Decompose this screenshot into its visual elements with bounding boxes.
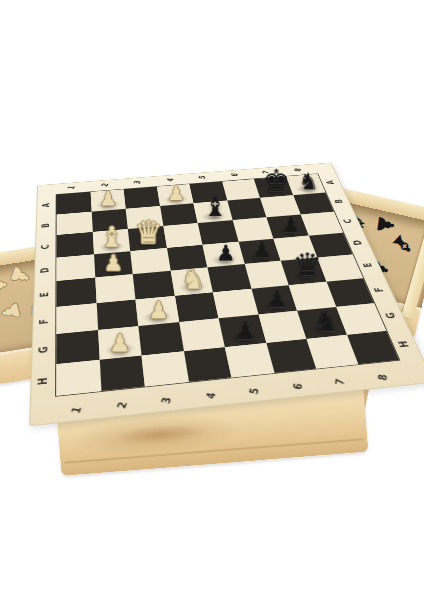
black-pawn[interactable]: ♟ bbox=[234, 319, 256, 343]
white-pawn[interactable]: ♟ bbox=[109, 331, 131, 356]
square-F8[interactable] bbox=[326, 278, 374, 307]
black-pawn[interactable]: ♟ bbox=[216, 243, 236, 265]
square-D3[interactable] bbox=[130, 248, 170, 275]
chess-box-scene: ♟♟♜♟♝♟♟ ♞♟♝♟♟ 12345678 12345678 ABCDEFGH… bbox=[0, 0, 424, 600]
square-B5[interactable]: ♝ bbox=[193, 200, 232, 223]
square-H4[interactable] bbox=[183, 347, 231, 382]
black-pawn[interactable]: ♟ bbox=[281, 215, 300, 236]
square-G2[interactable]: ♟ bbox=[98, 326, 142, 359]
square-E5[interactable] bbox=[207, 264, 250, 292]
black-queen[interactable]: ♛ bbox=[292, 248, 322, 282]
square-D5[interactable]: ♟ bbox=[202, 241, 244, 267]
black-bishop[interactable]: ♝ bbox=[203, 194, 227, 221]
square-E3[interactable] bbox=[133, 271, 175, 299]
white-queen[interactable]: ♛ bbox=[134, 216, 163, 248]
black-pawn[interactable]: ♟ bbox=[267, 288, 288, 311]
square-H2[interactable] bbox=[99, 355, 145, 391]
white-bishop[interactable]: ♝ bbox=[99, 223, 124, 251]
black-knight[interactable]: ♞ bbox=[313, 307, 339, 335]
square-G3[interactable] bbox=[138, 322, 183, 355]
square-G1[interactable] bbox=[56, 330, 99, 364]
square-D2[interactable]: ♟ bbox=[94, 251, 133, 278]
white-knight[interactable]: ♞ bbox=[181, 266, 205, 293]
square-E1[interactable] bbox=[56, 278, 96, 307]
square-H3[interactable] bbox=[142, 351, 189, 387]
white-pawn[interactable]: ♟ bbox=[148, 299, 169, 323]
square-E7[interactable]: ♛ bbox=[281, 258, 326, 285]
black-pawn[interactable]: ♟ bbox=[252, 240, 271, 262]
stored-white-pawn[interactable]: ♟ bbox=[0, 299, 24, 323]
coordinate-label-bottom-8: 8 bbox=[374, 361, 395, 395]
square-E2[interactable] bbox=[95, 274, 136, 303]
square-F4[interactable] bbox=[174, 292, 218, 322]
square-H1[interactable] bbox=[56, 359, 101, 395]
square-F3[interactable]: ♟ bbox=[135, 296, 178, 327]
square-H6[interactable] bbox=[266, 339, 316, 373]
square-F1[interactable] bbox=[56, 303, 97, 334]
coordinate-label-right-A: A bbox=[313, 177, 348, 187]
square-G4[interactable] bbox=[179, 318, 225, 351]
square-E4[interactable]: ♞ bbox=[170, 267, 213, 295]
square-F2[interactable] bbox=[96, 299, 138, 330]
row-labels-left: ABCDEFGH bbox=[34, 195, 54, 398]
white-pawn[interactable]: ♟ bbox=[104, 252, 124, 274]
coordinate-label-bottom-7: 7 bbox=[331, 365, 353, 400]
square-C3[interactable]: ♛ bbox=[128, 226, 167, 251]
square-G7[interactable]: ♞ bbox=[297, 307, 346, 339]
